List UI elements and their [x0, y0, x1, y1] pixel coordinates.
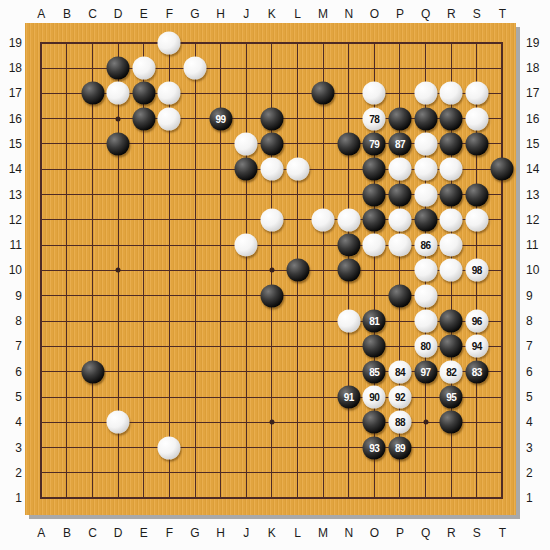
black-stone-C6[interactable] [81, 360, 104, 383]
black-stone-Q16[interactable] [414, 107, 437, 130]
row-label-right-7: 7 [526, 340, 550, 352]
white-stone-O5[interactable]: 90 [363, 386, 386, 409]
row-label-right-12: 12 [526, 214, 550, 226]
row-label-right-5: 5 [526, 391, 550, 403]
black-stone-J14[interactable] [235, 158, 258, 181]
row-label-left-10: 10 [0, 264, 22, 276]
column-label-bottom-E: E [140, 527, 148, 539]
star-point-K10 [269, 268, 274, 273]
black-stone-E16[interactable] [132, 107, 155, 130]
move-number-90: 90 [369, 392, 379, 403]
move-number-81: 81 [369, 316, 379, 327]
black-stone-O4[interactable] [363, 411, 386, 434]
row-label-left-2: 2 [0, 467, 22, 479]
row-label-right-13: 13 [526, 189, 550, 201]
row-label-right-15: 15 [526, 138, 550, 150]
white-stone-Q11[interactable]: 86 [414, 234, 437, 257]
white-stone-S12[interactable] [465, 208, 488, 231]
row-label-right-11: 11 [526, 239, 550, 251]
row-label-left-4: 4 [0, 416, 22, 428]
black-stone-D18[interactable] [107, 57, 130, 80]
white-stone-F17[interactable] [158, 82, 181, 105]
row-label-left-1: 1 [0, 492, 22, 504]
black-stone-K16[interactable] [260, 107, 283, 130]
row-label-left-3: 3 [0, 442, 22, 454]
row-label-right-4: 4 [526, 416, 550, 428]
move-number-80: 80 [421, 341, 431, 352]
black-stone-C17[interactable] [81, 82, 104, 105]
grid-line-vertical-M [323, 42, 324, 500]
row-label-right-16: 16 [526, 113, 550, 125]
white-stone-K12[interactable] [260, 208, 283, 231]
move-number-84: 84 [395, 366, 405, 377]
move-number-85: 85 [369, 366, 379, 377]
go-diagram-page: AABBCCDDEEFFGGHHJJKKLLMMNNOOPPQQRRSSTT19… [0, 0, 550, 550]
column-label-bottom-T: T [499, 527, 506, 539]
move-number-83: 83 [472, 366, 482, 377]
black-stone-P16[interactable] [388, 107, 411, 130]
grid-line-horizontal-3 [40, 447, 503, 448]
move-number-86: 86 [421, 240, 431, 251]
black-stone-P3[interactable]: 89 [388, 436, 411, 459]
white-stone-S8[interactable]: 96 [465, 310, 488, 333]
column-label-bottom-Q: Q [421, 527, 430, 539]
move-number-97: 97 [421, 366, 431, 377]
column-label-bottom-A: A [37, 527, 45, 539]
white-stone-P4[interactable]: 88 [388, 411, 411, 434]
column-label-top-O: O [370, 8, 379, 20]
white-stone-N12[interactable] [337, 208, 360, 231]
white-stone-R17[interactable] [440, 82, 463, 105]
black-stone-K9[interactable] [260, 284, 283, 307]
move-number-87: 87 [395, 138, 405, 149]
column-label-bottom-S: S [473, 527, 481, 539]
white-stone-N8[interactable] [337, 310, 360, 333]
white-stone-Q13[interactable] [414, 183, 437, 206]
white-stone-P14[interactable] [388, 158, 411, 181]
white-stone-P6[interactable]: 84 [388, 360, 411, 383]
star-point-Q4 [423, 420, 428, 425]
move-number-98: 98 [472, 265, 482, 276]
white-stone-S17[interactable] [465, 82, 488, 105]
white-stone-R10[interactable] [440, 259, 463, 282]
black-stone-E17[interactable] [132, 82, 155, 105]
black-stone-P15[interactable]: 87 [388, 132, 411, 155]
white-stone-E18[interactable] [132, 57, 155, 80]
white-stone-Q10[interactable] [414, 259, 437, 282]
move-number-96: 96 [472, 316, 482, 327]
row-label-right-18: 18 [526, 62, 550, 74]
black-stone-R13[interactable] [440, 183, 463, 206]
black-stone-O3[interactable]: 93 [363, 436, 386, 459]
white-stone-Q17[interactable] [414, 82, 437, 105]
black-stone-L10[interactable] [286, 259, 309, 282]
black-stone-R15[interactable] [440, 132, 463, 155]
black-stone-Q12[interactable] [414, 208, 437, 231]
row-label-right-3: 3 [526, 442, 550, 454]
row-label-left-6: 6 [0, 366, 22, 378]
row-label-left-15: 15 [0, 138, 22, 150]
column-label-top-L: L [294, 8, 301, 20]
row-label-left-16: 16 [0, 113, 22, 125]
column-label-bottom-P: P [396, 527, 404, 539]
white-stone-D4[interactable] [107, 411, 130, 434]
column-label-top-S: S [473, 8, 481, 20]
black-stone-S13[interactable] [465, 183, 488, 206]
grid-line-horizontal-5 [40, 397, 503, 398]
black-stone-O8[interactable]: 81 [363, 310, 386, 333]
column-label-bottom-C: C [88, 527, 97, 539]
white-stone-P11[interactable] [388, 234, 411, 257]
white-stone-Q9[interactable] [414, 284, 437, 307]
move-number-99: 99 [216, 113, 226, 124]
column-label-bottom-F: F [166, 527, 173, 539]
black-stone-P13[interactable] [388, 183, 411, 206]
column-label-top-F: F [166, 8, 173, 20]
column-label-top-G: G [190, 8, 199, 20]
white-stone-R11[interactable] [440, 234, 463, 257]
white-stone-O11[interactable] [363, 234, 386, 257]
column-label-top-T: T [499, 8, 506, 20]
column-label-top-A: A [37, 8, 45, 20]
black-stone-R4[interactable] [440, 411, 463, 434]
column-label-top-N: N [344, 8, 353, 20]
white-stone-M12[interactable] [312, 208, 335, 231]
black-stone-R16[interactable] [440, 107, 463, 130]
white-stone-S16[interactable] [465, 107, 488, 130]
row-label-right-9: 9 [526, 290, 550, 302]
black-stone-N15[interactable] [337, 132, 360, 155]
move-number-94: 94 [472, 341, 482, 352]
black-stone-O13[interactable] [363, 183, 386, 206]
row-label-left-12: 12 [0, 214, 22, 226]
column-label-bottom-G: G [190, 527, 199, 539]
column-label-bottom-M: M [318, 527, 328, 539]
black-stone-R5[interactable]: 95 [440, 386, 463, 409]
column-label-bottom-H: H [216, 527, 225, 539]
row-label-left-11: 11 [0, 239, 22, 251]
white-stone-G18[interactable] [184, 57, 207, 80]
row-label-right-19: 19 [526, 37, 550, 49]
move-number-82: 82 [446, 366, 456, 377]
move-number-78: 78 [369, 113, 379, 124]
black-stone-O15[interactable]: 79 [363, 132, 386, 155]
row-label-left-18: 18 [0, 62, 22, 74]
black-stone-O12[interactable] [363, 208, 386, 231]
move-number-89: 89 [395, 442, 405, 453]
row-label-left-7: 7 [0, 340, 22, 352]
row-label-left-5: 5 [0, 391, 22, 403]
column-label-top-Q: Q [421, 8, 430, 20]
grid-line-horizontal-1 [40, 497, 503, 499]
column-label-top-P: P [396, 8, 404, 20]
white-stone-L14[interactable] [286, 158, 309, 181]
move-number-79: 79 [369, 138, 379, 149]
white-stone-J15[interactable] [235, 132, 258, 155]
black-stone-O7[interactable] [363, 335, 386, 358]
white-stone-R14[interactable] [440, 158, 463, 181]
star-point-D10 [116, 268, 121, 273]
column-label-top-R: R [447, 8, 456, 20]
black-stone-N5[interactable]: 91 [337, 386, 360, 409]
column-label-bottom-D: D [114, 527, 123, 539]
row-label-right-6: 6 [526, 366, 550, 378]
white-stone-S10[interactable]: 98 [465, 259, 488, 282]
column-label-bottom-N: N [344, 527, 353, 539]
column-label-bottom-K: K [268, 527, 276, 539]
column-label-top-M: M [318, 8, 328, 20]
move-number-88: 88 [395, 417, 405, 428]
white-stone-F19[interactable] [158, 31, 181, 54]
row-label-right-8: 8 [526, 315, 550, 327]
white-stone-Q14[interactable] [414, 158, 437, 181]
column-label-bottom-R: R [447, 527, 456, 539]
star-point-D16 [116, 116, 121, 121]
move-number-93: 93 [369, 442, 379, 453]
black-stone-K15[interactable] [260, 132, 283, 155]
black-stone-N11[interactable] [337, 234, 360, 257]
column-label-top-C: C [88, 8, 97, 20]
column-label-bottom-L: L [294, 527, 301, 539]
row-label-left-8: 8 [0, 315, 22, 327]
black-stone-P9[interactable] [388, 284, 411, 307]
move-number-91: 91 [344, 392, 354, 403]
column-label-bottom-J: J [243, 527, 249, 539]
white-stone-J11[interactable] [235, 234, 258, 257]
black-stone-S15[interactable] [465, 132, 488, 155]
column-label-top-H: H [216, 8, 225, 20]
white-stone-R6[interactable]: 82 [440, 360, 463, 383]
star-point-K4 [269, 420, 274, 425]
white-stone-Q15[interactable] [414, 132, 437, 155]
white-stone-R12[interactable] [440, 208, 463, 231]
column-label-bottom-B: B [63, 527, 71, 539]
row-label-right-10: 10 [526, 264, 550, 276]
black-stone-R8[interactable] [440, 310, 463, 333]
grid-line-vertical-T [501, 42, 503, 500]
row-label-left-17: 17 [0, 87, 22, 99]
black-stone-D15[interactable] [107, 132, 130, 155]
black-stone-Q6[interactable]: 97 [414, 360, 437, 383]
white-stone-F16[interactable] [158, 107, 181, 130]
black-stone-N10[interactable] [337, 259, 360, 282]
black-stone-O14[interactable] [363, 158, 386, 181]
black-stone-H16[interactable]: 99 [209, 107, 232, 130]
row-label-left-13: 13 [0, 189, 22, 201]
column-label-top-J: J [243, 8, 249, 20]
row-label-left-19: 19 [0, 37, 22, 49]
move-number-95: 95 [446, 392, 456, 403]
move-number-92: 92 [395, 392, 405, 403]
white-stone-Q8[interactable] [414, 310, 437, 333]
white-stone-P12[interactable] [388, 208, 411, 231]
white-stone-O17[interactable] [363, 82, 386, 105]
black-stone-R7[interactable] [440, 335, 463, 358]
white-stone-F3[interactable] [158, 436, 181, 459]
white-stone-D17[interactable] [107, 82, 130, 105]
white-stone-O16[interactable]: 78 [363, 107, 386, 130]
row-label-right-2: 2 [526, 467, 550, 479]
black-stone-O6[interactable]: 85 [363, 360, 386, 383]
column-label-top-E: E [140, 8, 148, 20]
white-stone-Q7[interactable]: 80 [414, 335, 437, 358]
white-stone-S7[interactable]: 94 [465, 335, 488, 358]
row-label-right-1: 1 [526, 492, 550, 504]
column-label-bottom-O: O [370, 527, 379, 539]
row-label-right-14: 14 [526, 163, 550, 175]
grid-line-horizontal-2 [40, 472, 503, 473]
column-label-top-K: K [268, 8, 276, 20]
white-stone-K14[interactable] [260, 158, 283, 181]
white-stone-P5[interactable]: 92 [388, 386, 411, 409]
column-label-top-D: D [114, 8, 123, 20]
row-label-left-14: 14 [0, 163, 22, 175]
row-label-right-17: 17 [526, 87, 550, 99]
black-stone-S6[interactable]: 83 [465, 360, 488, 383]
column-label-top-B: B [63, 8, 71, 20]
black-stone-T14[interactable] [491, 158, 514, 181]
black-stone-M17[interactable] [312, 82, 335, 105]
row-label-left-9: 9 [0, 290, 22, 302]
